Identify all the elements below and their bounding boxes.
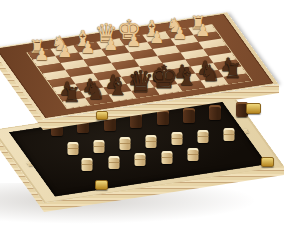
- tray-right-latch-icon: [261, 157, 274, 167]
- checkers-peg-dark: [157, 110, 169, 125]
- checkers-peg-light: [68, 142, 79, 155]
- board-right-hinge-icon: [246, 103, 261, 114]
- checkers-peg-light: [161, 151, 172, 164]
- checkers-peg-light: [94, 140, 105, 153]
- checkers-peg-light: [82, 158, 93, 171]
- checkers-peg-light: [188, 148, 199, 161]
- checkers-peg-light: [135, 153, 146, 166]
- board-front-latch-icon: [96, 111, 108, 120]
- checkers-peg-light: [108, 156, 119, 169]
- checkers-peg-light: [224, 128, 235, 141]
- checkers-peg-light: [172, 132, 183, 145]
- checkers-peg-dark: [183, 108, 195, 123]
- checkers-peg-dark: [209, 105, 221, 120]
- checkers-peg-light: [120, 137, 131, 150]
- tray-front-latch-icon: [95, 180, 108, 190]
- checkers-peg-light: [198, 130, 209, 143]
- chess-set-product-photo: ♜♞♝♛♚♝♞♜♟♟♟♟♟♟♟♟♟♟♟♟♟♟♟♟♜♞♝♛♚♝♞♜: [0, 0, 285, 232]
- checkers-peg-light: [146, 135, 157, 148]
